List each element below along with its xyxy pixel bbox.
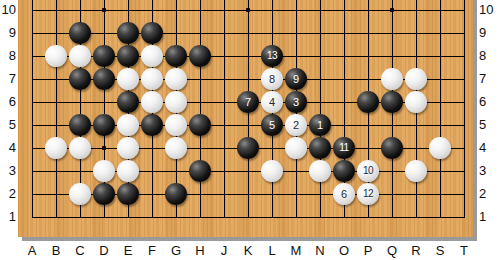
stone-black-H5 <box>189 114 211 136</box>
stone-white-E5 <box>117 114 139 136</box>
col-label-L: L <box>260 243 284 258</box>
stone-black-M7-move-9: 9 <box>285 68 307 90</box>
col-label-F: F <box>140 243 164 258</box>
stone-white-B4 <box>45 137 67 159</box>
stone-white-L3 <box>261 160 283 182</box>
stone-white-F8 <box>141 45 163 67</box>
stone-black-G8 <box>165 45 187 67</box>
col-label-G: G <box>164 243 188 258</box>
stone-black-G2 <box>165 183 187 205</box>
stone-black-D2 <box>93 183 115 205</box>
row-label-right-6: 6 <box>479 94 499 110</box>
stone-black-Q4 <box>381 137 403 159</box>
stone-black-P6 <box>357 91 379 113</box>
col-label-C: C <box>68 243 92 258</box>
stone-white-M5-move-2: 2 <box>285 114 307 136</box>
stone-black-D5 <box>93 114 115 136</box>
col-label-E: E <box>116 243 140 258</box>
row-label-left-5: 5 <box>0 117 16 133</box>
stone-black-O4-move-11: 11 <box>333 137 355 159</box>
stone-white-L7-move-8: 8 <box>261 68 283 90</box>
row-label-left-10: 10 <box>0 2 16 18</box>
col-label-B: B <box>44 243 68 258</box>
col-label-H: H <box>188 243 212 258</box>
stone-black-C7 <box>69 68 91 90</box>
stone-black-L5-move-5: 5 <box>261 114 283 136</box>
stone-white-B8 <box>45 45 67 67</box>
col-label-N: N <box>308 243 332 258</box>
stone-white-G6 <box>165 91 187 113</box>
go-board-screenshot: 13973511184210612 10987654321 1098765432… <box>0 0 500 260</box>
stone-black-E8 <box>117 45 139 67</box>
stone-black-D7 <box>93 68 115 90</box>
row-label-left-4: 4 <box>0 140 16 156</box>
row-label-right-7: 7 <box>479 71 499 87</box>
stone-white-L6-move-4: 4 <box>261 91 283 113</box>
col-label-J: J <box>212 243 236 258</box>
stone-black-O3 <box>333 160 355 182</box>
row-label-left-1: 1 <box>0 209 16 225</box>
stones-layer: 13973511184210612 <box>20 0 476 229</box>
row-label-right-3: 3 <box>479 163 499 179</box>
col-label-M: M <box>284 243 308 258</box>
col-label-P: P <box>356 243 380 258</box>
stone-white-R7 <box>405 68 427 90</box>
col-label-D: D <box>92 243 116 258</box>
col-label-T: T <box>452 243 476 258</box>
stone-black-F5 <box>141 114 163 136</box>
stone-white-G7 <box>165 68 187 90</box>
row-label-right-1: 1 <box>479 209 499 225</box>
stone-black-Q6 <box>381 91 403 113</box>
stone-white-N3 <box>309 160 331 182</box>
row-label-left-7: 7 <box>0 71 16 87</box>
stone-black-N4 <box>309 137 331 159</box>
row-label-right-9: 9 <box>479 25 499 41</box>
stone-white-P2-move-12: 12 <box>357 183 379 205</box>
stone-white-O2-move-6: 6 <box>333 183 355 205</box>
col-label-Q: Q <box>380 243 404 258</box>
col-label-R: R <box>404 243 428 258</box>
stone-black-E6 <box>117 91 139 113</box>
stone-white-G4 <box>165 137 187 159</box>
stone-white-F7 <box>141 68 163 90</box>
col-label-S: S <box>428 243 452 258</box>
stone-white-S4 <box>429 137 451 159</box>
row-label-left-6: 6 <box>0 94 16 110</box>
stone-black-N5-move-1: 1 <box>309 114 331 136</box>
row-label-left-2: 2 <box>0 186 16 202</box>
stone-black-H8 <box>189 45 211 67</box>
row-label-right-10: 10 <box>479 2 499 18</box>
stone-black-H3 <box>189 160 211 182</box>
row-label-right-5: 5 <box>479 117 499 133</box>
stone-black-L8-move-13: 13 <box>261 45 283 67</box>
col-label-A: A <box>20 243 44 258</box>
stone-black-K4 <box>237 137 259 159</box>
stone-white-R6 <box>405 91 427 113</box>
stone-white-C8 <box>69 45 91 67</box>
stone-white-G5 <box>165 114 187 136</box>
goban[interactable]: 13973511184210612 <box>18 0 473 237</box>
stone-white-F6 <box>141 91 163 113</box>
stone-white-Q7 <box>381 68 403 90</box>
stone-black-M6-move-3: 3 <box>285 91 307 113</box>
stone-white-C2 <box>69 183 91 205</box>
stone-black-E2 <box>117 183 139 205</box>
stone-white-E4 <box>117 137 139 159</box>
stone-black-C5 <box>69 114 91 136</box>
stone-black-D8 <box>93 45 115 67</box>
stone-white-C4 <box>69 137 91 159</box>
stone-white-E3 <box>117 160 139 182</box>
stone-black-F9 <box>141 22 163 44</box>
row-label-left-9: 9 <box>0 25 16 41</box>
stone-white-R3 <box>405 160 427 182</box>
stone-black-K6-move-7: 7 <box>237 91 259 113</box>
board-shadow-right <box>473 0 477 241</box>
stone-white-D3 <box>93 160 115 182</box>
stone-black-C9 <box>69 22 91 44</box>
stone-white-P3-move-10: 10 <box>357 160 379 182</box>
row-label-left-8: 8 <box>0 48 16 64</box>
stone-white-M4 <box>285 137 307 159</box>
row-label-right-8: 8 <box>479 48 499 64</box>
row-label-left-3: 3 <box>0 163 16 179</box>
row-label-right-4: 4 <box>479 140 499 156</box>
board-shadow-bottom <box>22 237 477 241</box>
col-label-O: O <box>332 243 356 258</box>
col-label-K: K <box>236 243 260 258</box>
stone-white-E7 <box>117 68 139 90</box>
row-label-right-2: 2 <box>479 186 499 202</box>
stone-black-E9 <box>117 22 139 44</box>
